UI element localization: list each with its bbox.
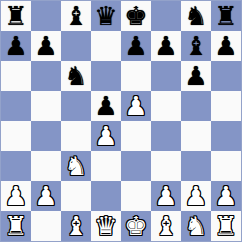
black-bishop: ♝ — [64, 3, 87, 29]
square-g4[interactable] — [181, 121, 211, 151]
square-f3[interactable] — [151, 151, 181, 181]
black-pawn: ♟ — [94, 93, 117, 119]
square-g7[interactable]: ♝ — [181, 31, 211, 61]
square-b4[interactable] — [31, 121, 61, 151]
white-pawn: ♟ — [124, 93, 147, 119]
square-h8[interactable]: ♜ — [211, 1, 241, 31]
white-rook: ♜ — [4, 213, 27, 239]
black-bishop: ♝ — [184, 33, 207, 59]
white-knight: ♞ — [64, 153, 87, 179]
square-f8[interactable] — [151, 1, 181, 31]
square-e3[interactable] — [121, 151, 151, 181]
white-king: ♚ — [124, 213, 147, 239]
square-c7[interactable] — [61, 31, 91, 61]
square-h6[interactable] — [211, 61, 241, 91]
square-e1[interactable]: ♚ — [121, 211, 151, 241]
black-pawn: ♟ — [184, 63, 207, 89]
square-f5[interactable] — [151, 91, 181, 121]
square-f4[interactable] — [151, 121, 181, 151]
square-c6[interactable]: ♞ — [61, 61, 91, 91]
square-d2[interactable] — [91, 181, 121, 211]
square-f1[interactable]: ♝ — [151, 211, 181, 241]
square-a1[interactable]: ♜ — [1, 211, 31, 241]
square-e8[interactable]: ♚ — [121, 1, 151, 31]
square-g2[interactable]: ♟ — [181, 181, 211, 211]
square-h4[interactable] — [211, 121, 241, 151]
square-d4[interactable]: ♟ — [91, 121, 121, 151]
black-king: ♚ — [124, 3, 147, 29]
white-pawn: ♟ — [34, 183, 57, 209]
square-h7[interactable]: ♟ — [211, 31, 241, 61]
square-g1[interactable]: ♞ — [181, 211, 211, 241]
square-b1[interactable] — [31, 211, 61, 241]
square-e4[interactable] — [121, 121, 151, 151]
square-e2[interactable] — [121, 181, 151, 211]
black-queen: ♛ — [94, 3, 117, 29]
square-h5[interactable] — [211, 91, 241, 121]
white-knight: ♞ — [184, 213, 207, 239]
square-f7[interactable]: ♟ — [151, 31, 181, 61]
white-bishop: ♝ — [154, 213, 177, 239]
square-g8[interactable]: ♞ — [181, 1, 211, 31]
white-pawn: ♟ — [184, 183, 207, 209]
black-pawn: ♟ — [34, 33, 57, 59]
white-queen: ♛ — [94, 213, 117, 239]
square-d8[interactable]: ♛ — [91, 1, 121, 31]
black-knight: ♞ — [64, 63, 87, 89]
square-a8[interactable]: ♜ — [1, 1, 31, 31]
square-d6[interactable] — [91, 61, 121, 91]
square-e6[interactable] — [121, 61, 151, 91]
square-h1[interactable]: ♜ — [211, 211, 241, 241]
square-b2[interactable]: ♟ — [31, 181, 61, 211]
white-rook: ♜ — [214, 213, 237, 239]
square-h2[interactable]: ♟ — [211, 181, 241, 211]
white-pawn: ♟ — [154, 183, 177, 209]
white-pawn: ♟ — [214, 183, 237, 209]
square-b8[interactable] — [31, 1, 61, 31]
square-g3[interactable] — [181, 151, 211, 181]
black-pawn: ♟ — [154, 33, 177, 59]
black-knight: ♞ — [184, 3, 207, 29]
square-c5[interactable] — [61, 91, 91, 121]
white-pawn: ♟ — [4, 183, 27, 209]
square-c2[interactable] — [61, 181, 91, 211]
square-f2[interactable]: ♟ — [151, 181, 181, 211]
square-g6[interactable]: ♟ — [181, 61, 211, 91]
square-h3[interactable] — [211, 151, 241, 181]
square-c8[interactable]: ♝ — [61, 1, 91, 31]
square-a7[interactable]: ♟ — [1, 31, 31, 61]
square-b7[interactable]: ♟ — [31, 31, 61, 61]
square-d1[interactable]: ♛ — [91, 211, 121, 241]
square-e7[interactable]: ♟ — [121, 31, 151, 61]
black-pawn: ♟ — [214, 33, 237, 59]
square-a3[interactable] — [1, 151, 31, 181]
square-e5[interactable]: ♟ — [121, 91, 151, 121]
black-pawn: ♟ — [124, 33, 147, 59]
white-bishop: ♝ — [64, 213, 87, 239]
black-pawn: ♟ — [4, 33, 27, 59]
square-b5[interactable] — [31, 91, 61, 121]
square-c4[interactable] — [61, 121, 91, 151]
square-a6[interactable] — [1, 61, 31, 91]
square-a4[interactable] — [1, 121, 31, 151]
black-rook: ♜ — [214, 3, 237, 29]
square-c3[interactable]: ♞ — [61, 151, 91, 181]
square-b6[interactable] — [31, 61, 61, 91]
white-pawn: ♟ — [94, 123, 117, 149]
square-a5[interactable] — [1, 91, 31, 121]
square-a2[interactable]: ♟ — [1, 181, 31, 211]
square-f6[interactable] — [151, 61, 181, 91]
black-rook: ♜ — [4, 3, 27, 29]
square-d3[interactable] — [91, 151, 121, 181]
square-g5[interactable] — [181, 91, 211, 121]
square-b3[interactable] — [31, 151, 61, 181]
chess-board: ♜♝♛♚♞♜♟♟♟♟♝♟♞♟♟♟♟♞♟♟♟♟♟♜♝♛♚♝♞♜ — [0, 0, 242, 242]
square-d5[interactable]: ♟ — [91, 91, 121, 121]
square-c1[interactable]: ♝ — [61, 211, 91, 241]
square-d7[interactable] — [91, 31, 121, 61]
